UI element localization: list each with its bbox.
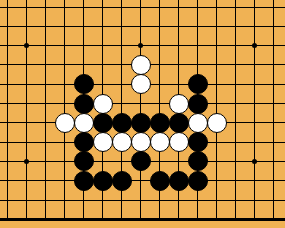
- grid-vline: [64, 0, 65, 220]
- star-point: [24, 159, 29, 164]
- white-stone: [112, 132, 132, 152]
- board-bottom-edge: [0, 218, 285, 221]
- white-stone: [150, 132, 170, 152]
- black-stone: [150, 113, 170, 133]
- black-stone: [93, 113, 113, 133]
- black-stone: [74, 151, 94, 171]
- star-point: [24, 43, 29, 48]
- black-stone: [188, 74, 208, 94]
- black-stone: [112, 113, 132, 133]
- white-stone: [55, 113, 75, 133]
- white-stone: [93, 132, 113, 152]
- black-stone: [74, 171, 94, 191]
- white-stone: [188, 113, 208, 133]
- star-point: [252, 43, 257, 48]
- black-stone: [93, 171, 113, 191]
- black-stone: [188, 171, 208, 191]
- grid-hline: [0, 26, 285, 27]
- grid-vline: [235, 0, 236, 220]
- go-board: [0, 0, 285, 228]
- grid-vline: [7, 0, 8, 220]
- white-stone: [131, 132, 151, 152]
- grid-vline: [273, 0, 274, 220]
- grid-vline: [45, 0, 46, 220]
- black-stone: [188, 132, 208, 152]
- grid-hline: [0, 103, 285, 104]
- black-stone: [150, 171, 170, 191]
- grid-vline: [216, 0, 217, 220]
- star-point: [138, 43, 143, 48]
- black-stone: [131, 151, 151, 171]
- star-point: [252, 159, 257, 164]
- grid-vline: [26, 0, 27, 220]
- grid-hline: [0, 200, 285, 201]
- black-stone: [74, 94, 94, 114]
- grid-hline: [0, 7, 285, 8]
- grid-vline: [140, 0, 141, 220]
- black-stone: [169, 171, 189, 191]
- white-stone: [93, 94, 113, 114]
- white-stone: [131, 55, 151, 75]
- white-stone: [207, 113, 227, 133]
- grid-hline: [0, 180, 285, 181]
- black-stone: [188, 151, 208, 171]
- black-stone: [74, 132, 94, 152]
- white-stone: [169, 132, 189, 152]
- black-stone: [131, 113, 151, 133]
- white-stone: [169, 94, 189, 114]
- black-stone: [74, 74, 94, 94]
- white-stone: [131, 74, 151, 94]
- black-stone: [112, 171, 132, 191]
- black-stone: [188, 94, 208, 114]
- black-stone: [169, 113, 189, 133]
- white-stone: [74, 113, 94, 133]
- grid-vline: [254, 0, 255, 220]
